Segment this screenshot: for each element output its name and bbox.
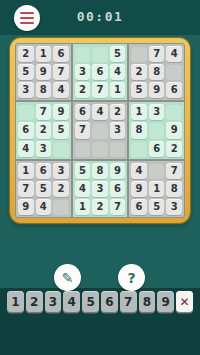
cell-r8c5[interactable]: 3	[92, 181, 108, 197]
cell-r7c4[interactable]: 5	[75, 163, 91, 179]
cell-r6c5[interactable]	[92, 141, 108, 157]
pencil-icon: ✎	[62, 270, 74, 286]
cell-r2c2[interactable]: 9	[36, 64, 52, 80]
cell-r9c8[interactable]: 5	[149, 199, 165, 215]
pencil-notes-button[interactable]: ✎	[54, 264, 81, 291]
cell-r4c3[interactable]: 9	[53, 104, 69, 120]
block-2-1: 589436127	[73, 161, 128, 217]
cell-r8c9[interactable]: 8	[166, 181, 182, 197]
cell-r4c4[interactable]: 6	[75, 104, 91, 120]
cell-r3c1[interactable]: 3	[18, 82, 34, 98]
cell-r4c5[interactable]: 4	[92, 104, 108, 120]
cell-r9c6[interactable]: 7	[110, 199, 126, 215]
cell-r3c2[interactable]: 8	[36, 82, 52, 98]
cell-r9c7[interactable]: 6	[131, 199, 147, 215]
numpad-key-5[interactable]: 5	[82, 291, 99, 312]
numpad-clear-button[interactable]: ✕	[176, 291, 193, 312]
cell-r1c3[interactable]: 6	[53, 46, 69, 62]
cell-r7c6[interactable]: 9	[110, 163, 126, 179]
sudoku-board-frame: 2165973845364271742859679625436427313896…	[10, 38, 190, 223]
cell-r2c1[interactable]: 5	[18, 64, 34, 80]
cell-r4c2[interactable]: 7	[36, 104, 52, 120]
numpad-key-3[interactable]: 3	[45, 291, 62, 312]
cell-r1c8[interactable]: 7	[149, 46, 165, 62]
cell-r5c7[interactable]: 8	[131, 122, 147, 138]
cell-r7c3[interactable]: 3	[53, 163, 69, 179]
block-0-0: 216597384	[16, 44, 71, 100]
cell-r8c3[interactable]: 2	[53, 181, 69, 197]
cell-r5c2[interactable]: 2	[36, 122, 52, 138]
cell-r9c9[interactable]: 3	[166, 199, 182, 215]
cell-r9c5[interactable]: 2	[92, 199, 108, 215]
block-2-0: 16375294	[16, 161, 71, 217]
cell-r1c1[interactable]: 2	[18, 46, 34, 62]
cell-r5c1[interactable]: 6	[18, 122, 34, 138]
cell-r5c4[interactable]: 7	[75, 122, 91, 138]
cell-r5c8[interactable]	[149, 122, 165, 138]
cell-r1c9[interactable]: 4	[166, 46, 182, 62]
cell-r7c2[interactable]: 6	[36, 163, 52, 179]
block-0-1: 5364271	[73, 44, 128, 100]
cell-r3c8[interactable]: 9	[149, 82, 165, 98]
cell-r4c6[interactable]: 2	[110, 104, 126, 120]
hint-button[interactable]: ?	[118, 264, 145, 291]
cell-r1c6[interactable]: 5	[110, 46, 126, 62]
cell-r9c4[interactable]: 1	[75, 199, 91, 215]
cell-r2c4[interactable]: 3	[75, 64, 91, 80]
cell-r6c9[interactable]: 2	[166, 141, 182, 157]
cell-r6c8[interactable]: 6	[149, 141, 165, 157]
cell-r3c5[interactable]: 7	[92, 82, 108, 98]
number-pad: 123456789✕	[7, 291, 193, 312]
sudoku-grid: 2165973845364271742859679625436427313896…	[15, 43, 185, 218]
numpad-key-6[interactable]: 6	[101, 291, 118, 312]
block-1-1: 64273	[73, 102, 128, 158]
cell-r3c6[interactable]: 1	[110, 82, 126, 98]
cell-r4c9[interactable]	[166, 104, 182, 120]
cell-r6c7[interactable]	[131, 141, 147, 157]
question-mark-icon: ?	[127, 270, 135, 286]
cell-r2c9[interactable]	[166, 64, 182, 80]
cell-r6c3[interactable]	[53, 141, 69, 157]
cell-r3c7[interactable]: 5	[131, 82, 147, 98]
numpad-key-1[interactable]: 1	[7, 291, 24, 312]
numpad-key-9[interactable]: 9	[157, 291, 174, 312]
cell-r4c8[interactable]: 3	[149, 104, 165, 120]
cell-r6c6[interactable]	[110, 141, 126, 157]
cell-r1c7[interactable]	[131, 46, 147, 62]
cell-r7c9[interactable]: 7	[166, 163, 182, 179]
cell-r9c3[interactable]	[53, 199, 69, 215]
block-1-0: 7962543	[16, 102, 71, 158]
cell-r2c7[interactable]: 2	[131, 64, 147, 80]
cell-r6c2[interactable]: 3	[36, 141, 52, 157]
cell-r7c5[interactable]: 8	[92, 163, 108, 179]
cell-r2c6[interactable]: 4	[110, 64, 126, 80]
cell-r8c4[interactable]: 4	[75, 181, 91, 197]
block-2-2: 47918653	[129, 161, 184, 217]
numpad-key-2[interactable]: 2	[26, 291, 43, 312]
cell-r7c1[interactable]: 1	[18, 163, 34, 179]
cell-r5c3[interactable]: 5	[53, 122, 69, 138]
cell-r8c6[interactable]: 6	[110, 181, 126, 197]
cell-r2c8[interactable]: 8	[149, 64, 165, 80]
cell-r1c4[interactable]	[75, 46, 91, 62]
cell-r8c8[interactable]: 1	[149, 181, 165, 197]
cell-r2c3[interactable]: 7	[53, 64, 69, 80]
cell-r7c7[interactable]: 4	[131, 163, 147, 179]
cell-r6c1[interactable]: 4	[18, 141, 34, 157]
sudoku-app: 00:01 2165973845364271742859679625436427…	[0, 0, 200, 355]
cell-r8c2[interactable]: 5	[36, 181, 52, 197]
game-timer: 00:01	[0, 9, 200, 24]
cell-r3c3[interactable]: 4	[53, 82, 69, 98]
numpad-key-7[interactable]: 7	[120, 291, 137, 312]
cell-r5c9[interactable]: 9	[166, 122, 182, 138]
cell-r8c7[interactable]: 9	[131, 181, 147, 197]
cell-r9c1[interactable]: 9	[18, 199, 34, 215]
block-0-2: 7428596	[129, 44, 184, 100]
cell-r2c5[interactable]: 6	[92, 64, 108, 80]
cell-r5c5[interactable]	[92, 122, 108, 138]
cell-r8c1[interactable]: 7	[18, 181, 34, 197]
numpad-key-8[interactable]: 8	[139, 291, 156, 312]
numpad-key-4[interactable]: 4	[63, 291, 80, 312]
block-1-2: 138962	[129, 102, 184, 158]
cell-r4c7[interactable]: 1	[131, 104, 147, 120]
cell-r7c8[interactable]	[149, 163, 165, 179]
cell-r4c1[interactable]	[18, 104, 34, 120]
cell-r6c4[interactable]	[75, 141, 91, 157]
cell-r3c4[interactable]: 2	[75, 82, 91, 98]
cell-r3c9[interactable]: 6	[166, 82, 182, 98]
cell-r1c2[interactable]: 1	[36, 46, 52, 62]
cell-r1c5[interactable]	[92, 46, 108, 62]
cell-r9c2[interactable]: 4	[36, 199, 52, 215]
cell-r5c6[interactable]: 3	[110, 122, 126, 138]
